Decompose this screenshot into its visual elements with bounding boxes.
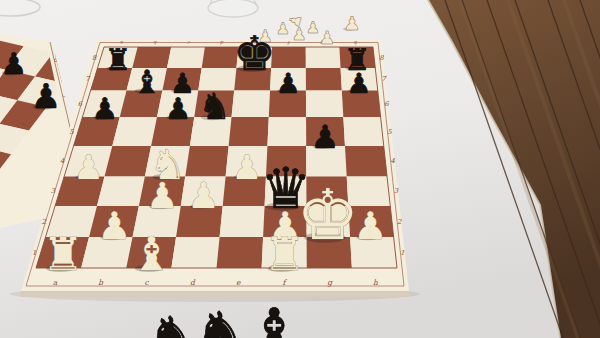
piece-black-king-e8[interactable]: ♚ <box>233 26 275 81</box>
square-f5[interactable] <box>267 117 306 146</box>
rank-label-right-5: 5 <box>387 128 392 136</box>
captured-black-bishop[interactable]: ♝ <box>245 295 302 338</box>
rank-label-left-1: 1 <box>32 249 36 257</box>
board-side-edge <box>20 291 410 297</box>
rank-label-right-2: 2 <box>397 218 402 226</box>
captured-black-knight[interactable]: ♞ <box>193 298 249 338</box>
square-b4[interactable] <box>105 146 152 177</box>
captured-black-knight[interactable]: ♞ <box>146 304 198 338</box>
rank-label-right-3: 3 <box>394 187 399 195</box>
piece-white-king-g2[interactable]: ♚ <box>297 174 360 255</box>
chess-scene: 8765♟♟ aabbccddeeffgghh1122334455667788♟… <box>0 0 600 338</box>
piece-white-rook-f1[interactable]: ♜ <box>264 227 305 281</box>
square-g6[interactable] <box>306 91 343 118</box>
piece-black-pawn-h7[interactable]: ♟ <box>346 67 371 100</box>
square-g7[interactable] <box>306 68 342 91</box>
rank-label-right-1: 1 <box>400 249 404 257</box>
square-d4[interactable] <box>185 146 228 177</box>
square-e2[interactable] <box>220 206 265 237</box>
piece-white-pawn-h2[interactable]: ♟ <box>354 204 388 248</box>
piece-black-pawn-c6[interactable]: ♟ <box>165 91 192 126</box>
rank-label-left-4: 4 <box>60 157 65 165</box>
square-c8[interactable] <box>167 47 205 68</box>
adjacent-board-black-pawn[interactable]: ♟ <box>31 76 61 116</box>
square-h5[interactable] <box>343 117 383 146</box>
square-f8[interactable] <box>271 47 306 68</box>
piece-white-bishop-c1[interactable]: ♝ <box>131 227 172 281</box>
piece-black-bishop-b7[interactable]: ♝ <box>133 63 162 101</box>
rank-label-left-3: 3 <box>51 187 56 195</box>
file-label-bottom-h: h <box>373 278 378 287</box>
rank-label-right-4: 4 <box>390 157 395 165</box>
square-e6[interactable] <box>232 91 271 118</box>
square-e1[interactable] <box>217 237 264 268</box>
file-label-bottom-e: e <box>236 278 241 287</box>
piece-white-pawn-d3[interactable]: ♟ <box>188 175 220 216</box>
square-d1[interactable] <box>171 237 219 268</box>
rank-label-left-5: 5 <box>69 128 74 136</box>
piece-white-pawn-c3[interactable]: ♟ <box>146 175 178 216</box>
piece-black-pawn-g5[interactable]: ♟ <box>311 118 340 155</box>
square-h4[interactable] <box>345 146 387 177</box>
chess-photo-scene: 8765♟♟ aabbccddeeffgghh1122334455667788♟… <box>0 0 600 338</box>
adjacent-board-black-pawn[interactable]: ♟ <box>1 46 28 81</box>
piece-white-pawn-a4[interactable]: ♟ <box>73 148 103 187</box>
piece-black-rook-a8[interactable]: ♜ <box>105 42 132 77</box>
piece-white-pawn-e4[interactable]: ♟ <box>232 148 262 187</box>
square-g8[interactable] <box>306 47 341 68</box>
piece-white-pawn-b2[interactable]: ♟ <box>97 204 131 248</box>
piece-black-pawn-a6[interactable]: ♟ <box>91 91 118 126</box>
piece-black-knight-d6[interactable]: ♞ <box>198 86 230 127</box>
captured-white-pawn[interactable]: ♟ <box>319 27 335 48</box>
rank-label-right-6: 6 <box>384 100 389 108</box>
rank-label-left-8: 8 <box>92 54 97 62</box>
rank-label-right-8: 8 <box>379 54 384 62</box>
rank-label-left-6: 6 <box>78 100 83 108</box>
square-e5[interactable] <box>229 117 269 146</box>
square-b3[interactable] <box>97 177 145 207</box>
piece-black-pawn-f7[interactable]: ♟ <box>276 67 301 100</box>
rank-label-left-2: 2 <box>42 218 47 226</box>
white-pawn-on-table[interactable]: ♟ <box>343 12 360 34</box>
piece-white-rook-a1[interactable]: ♜ <box>42 227 83 281</box>
